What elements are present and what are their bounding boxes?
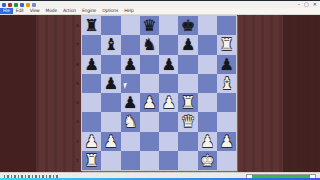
menu-help[interactable]: Help <box>121 8 136 14</box>
square-e4[interactable]: ♟ <box>159 93 178 112</box>
square-h8[interactable] <box>217 16 236 35</box>
titlebar-icons <box>2 3 36 7</box>
square-e2[interactable] <box>159 132 178 151</box>
square-e7[interactable] <box>159 35 178 54</box>
square-f6[interactable] <box>178 55 197 74</box>
rank-label-4: 4 <box>75 93 80 112</box>
square-h6[interactable]: ♟ <box>217 55 236 74</box>
square-d2[interactable] <box>140 132 159 151</box>
square-d8[interactable]: ♛ <box>140 16 159 35</box>
black-pawn-c4[interactable]: ♟ <box>121 93 140 112</box>
winboard-window: – ▢ ✕ FileEditViewModeActionEngineOption… <box>0 0 320 180</box>
square-a2[interactable]: ♟ <box>82 132 101 151</box>
app-icon[interactable] <box>2 3 6 7</box>
white-queen-f3[interactable]: ♛ <box>178 112 197 131</box>
table-background: 87654321 ♜♛♚♝♞♟♜♟♟♟♟♟♝♟♟♟♜♞♛♟♟♟♟♜♚ abcde… <box>0 15 320 180</box>
titlebar-icon-6[interactable] <box>32 3 36 7</box>
titlebar-icon-2[interactable] <box>8 3 12 7</box>
rank-label-5: 5 <box>75 74 80 93</box>
square-d4[interactable]: ♟ <box>140 93 159 112</box>
square-h2[interactable]: ♟ <box>217 132 236 151</box>
white-pawn-d4[interactable]: ♟ <box>140 93 159 112</box>
white-rook-f4[interactable]: ♜ <box>178 93 197 112</box>
white-pawn-g2[interactable]: ♟ <box>198 132 217 151</box>
square-e1[interactable] <box>159 151 178 170</box>
black-pawn-a6[interactable]: ♟ <box>82 55 101 74</box>
black-queen-d8[interactable]: ♛ <box>140 16 159 35</box>
white-bishop-h5[interactable]: ♝ <box>217 74 236 93</box>
square-a1[interactable]: ♜ <box>82 151 101 170</box>
menu-mode[interactable]: Mode <box>43 8 60 14</box>
square-d1[interactable] <box>140 151 159 170</box>
menu-view[interactable]: View <box>27 8 43 14</box>
square-g6[interactable] <box>198 55 217 74</box>
square-e8[interactable] <box>159 16 178 35</box>
white-pawn-a2[interactable]: ♟ <box>82 132 101 151</box>
square-f8[interactable]: ♚ <box>178 16 197 35</box>
rank-label-3: 3 <box>75 112 80 131</box>
square-b7[interactable]: ♝ <box>101 35 120 54</box>
square-g2[interactable]: ♟ <box>198 132 217 151</box>
square-g8[interactable] <box>198 16 217 35</box>
square-c8[interactable] <box>121 16 140 35</box>
square-f1[interactable] <box>178 151 197 170</box>
white-pawn-h2[interactable]: ♟ <box>217 132 236 151</box>
black-pawn-f7[interactable]: ♟ <box>178 35 197 54</box>
white-rook-h7[interactable]: ♜ <box>217 35 236 54</box>
square-b2[interactable]: ♟ <box>101 132 120 151</box>
square-d3[interactable] <box>140 112 159 131</box>
rank-label-1: 1 <box>75 151 80 170</box>
square-b3[interactable] <box>101 112 120 131</box>
square-h3[interactable] <box>217 112 236 131</box>
square-g1[interactable]: ♚ <box>198 151 217 170</box>
square-g4[interactable] <box>198 93 217 112</box>
square-h1[interactable] <box>217 151 236 170</box>
square-e5[interactable] <box>159 74 178 93</box>
square-h7[interactable]: ♜ <box>217 35 236 54</box>
minimize-icon[interactable]: – <box>298 1 301 8</box>
titlebar-icon-4[interactable] <box>20 3 24 7</box>
white-knight-c3[interactable]: ♞ <box>121 112 140 131</box>
square-e6[interactable]: ♟ <box>159 55 178 74</box>
black-bishop-b7[interactable]: ♝ <box>101 35 120 54</box>
black-pawn-e6[interactable]: ♟ <box>159 55 178 74</box>
square-d7[interactable]: ♞ <box>140 35 159 54</box>
rank-label-6: 6 <box>75 55 80 74</box>
window-bottom-border <box>0 178 320 180</box>
black-king-f8[interactable]: ♚ <box>178 16 197 35</box>
square-e3[interactable] <box>159 112 178 131</box>
square-h5[interactable]: ♝ <box>217 74 236 93</box>
black-pawn-c6[interactable]: ♟ <box>121 55 140 74</box>
menu-engine[interactable]: Engine <box>79 8 99 14</box>
white-pawn-b2[interactable]: ♟ <box>101 132 120 151</box>
square-a3[interactable] <box>82 112 101 131</box>
white-rook-a1[interactable]: ♜ <box>82 151 101 170</box>
square-a4[interactable] <box>82 93 101 112</box>
close-icon[interactable]: ✕ <box>313 1 317 8</box>
wood-shadow-right <box>283 15 320 180</box>
menubar: FileEditViewModeActionEngineOptionsHelp <box>0 8 320 15</box>
square-g7[interactable] <box>198 35 217 54</box>
black-pawn-h6[interactable]: ♟ <box>217 55 236 74</box>
square-b6[interactable] <box>101 55 120 74</box>
square-c2[interactable] <box>121 132 140 151</box>
square-a6[interactable]: ♟ <box>82 55 101 74</box>
square-f2[interactable] <box>178 132 197 151</box>
black-rook-a8[interactable]: ♜ <box>82 16 101 35</box>
white-king-g1[interactable]: ♚ <box>198 151 217 170</box>
rank-label-7: 7 <box>75 35 80 54</box>
rank-label-2: 2 <box>75 132 80 151</box>
square-a5[interactable] <box>82 74 101 93</box>
square-f4[interactable]: ♜ <box>178 93 197 112</box>
square-b8[interactable] <box>101 16 120 35</box>
square-a8[interactable]: ♜ <box>82 16 101 35</box>
black-knight-d7[interactable]: ♞ <box>140 35 159 54</box>
square-g5[interactable] <box>198 74 217 93</box>
square-b1[interactable] <box>101 151 120 170</box>
square-b4[interactable] <box>101 93 120 112</box>
chess-board[interactable]: ♜♛♚♝♞♟♜♟♟♟♟♟♝♟♟♟♜♞♛♟♟♟♟♜♚ <box>81 15 237 171</box>
wood-shadow-left <box>0 15 36 180</box>
menu-file[interactable]: File <box>0 8 13 14</box>
square-a7[interactable] <box>82 35 101 54</box>
square-d5[interactable] <box>140 74 159 93</box>
titlebar-icon-5[interactable] <box>26 3 30 7</box>
maximize-icon[interactable]: ▢ <box>304 1 309 8</box>
square-c4[interactable]: ♟ <box>121 93 140 112</box>
square-c6[interactable]: ♟ <box>121 55 140 74</box>
rank-label-8: 8 <box>75 16 80 35</box>
square-c3[interactable]: ♞ <box>121 112 140 131</box>
square-f5[interactable] <box>178 74 197 93</box>
menu-edit[interactable]: Edit <box>13 8 27 14</box>
titlebar-icon-3[interactable] <box>14 3 18 7</box>
rank-labels: 87654321 <box>75 16 80 170</box>
menu-action[interactable]: Action <box>60 8 79 14</box>
window-controls: – ▢ ✕ <box>298 1 317 8</box>
square-g3[interactable] <box>198 112 217 131</box>
square-f7[interactable]: ♟ <box>178 35 197 54</box>
titlebar[interactable]: – ▢ ✕ <box>0 1 320 8</box>
square-f3[interactable]: ♛ <box>178 112 197 131</box>
square-b5[interactable]: ♟ <box>101 74 120 93</box>
square-d6[interactable] <box>140 55 159 74</box>
menu-options[interactable]: Options <box>99 8 121 14</box>
white-pawn-e4[interactable]: ♟ <box>159 93 178 112</box>
square-c7[interactable] <box>121 35 140 54</box>
black-pawn-b5[interactable]: ♟ <box>101 74 120 93</box>
square-c1[interactable] <box>121 151 140 170</box>
square-h4[interactable] <box>217 93 236 112</box>
